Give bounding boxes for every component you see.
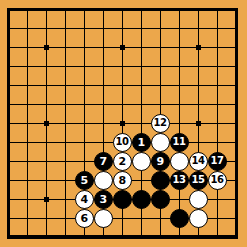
move-number: 15 [192, 175, 205, 185]
white-stone-move-16: 16 [208, 171, 227, 190]
star-point [120, 45, 125, 50]
move-number: 7 [99, 156, 106, 167]
white-stone [170, 152, 189, 171]
move-number: 4 [80, 194, 87, 205]
grid-line [179, 9, 180, 237]
move-number: 9 [156, 156, 163, 167]
move-number: 13 [173, 175, 186, 185]
black-stone-move-5: 5 [75, 171, 94, 190]
move-number: 3 [99, 194, 106, 205]
black-stone-move-7: 7 [94, 152, 113, 171]
move-number: 14 [192, 156, 205, 166]
star-point [44, 45, 49, 50]
black-stone-move-1: 1 [132, 133, 151, 152]
black-stone-move-9: 9 [151, 152, 170, 171]
star-point [196, 121, 201, 126]
move-number: 1 [137, 137, 144, 148]
move-number: 8 [118, 175, 125, 186]
black-stone [151, 190, 170, 209]
star-point [44, 197, 49, 202]
go-board-diagram: 1234567891011121314151617 [0, 0, 247, 247]
black-stone [113, 190, 132, 209]
move-number: 5 [80, 175, 87, 186]
move-number: 12 [154, 118, 167, 128]
white-stone [151, 133, 170, 152]
move-number: 6 [80, 213, 87, 224]
white-stone-move-6: 6 [75, 209, 94, 228]
white-stone-move-8: 8 [113, 171, 132, 190]
black-stone [151, 171, 170, 190]
black-stone-move-11: 11 [170, 133, 189, 152]
white-stone [132, 152, 151, 171]
grid-line [217, 9, 218, 237]
white-stone-move-10: 10 [113, 133, 132, 152]
move-number: 10 [116, 137, 129, 147]
move-number: 16 [211, 175, 224, 185]
star-point [44, 121, 49, 126]
black-stone-move-15: 15 [189, 171, 208, 190]
black-stone-move-13: 13 [170, 171, 189, 190]
white-stone-move-12: 12 [151, 114, 170, 133]
move-number: 11 [173, 137, 186, 147]
white-stone-move-14: 14 [189, 152, 208, 171]
black-stone-move-3: 3 [94, 190, 113, 209]
black-stone-move-17: 17 [208, 152, 227, 171]
move-number: 17 [211, 156, 224, 166]
white-stone [189, 209, 208, 228]
white-stone-move-4: 4 [75, 190, 94, 209]
black-stone [170, 209, 189, 228]
star-point [196, 45, 201, 50]
white-stone-move-2: 2 [113, 152, 132, 171]
move-number: 2 [118, 156, 125, 167]
white-stone [189, 190, 208, 209]
star-point [120, 121, 125, 126]
black-stone [132, 190, 151, 209]
white-stone [94, 171, 113, 190]
white-stone [94, 209, 113, 228]
